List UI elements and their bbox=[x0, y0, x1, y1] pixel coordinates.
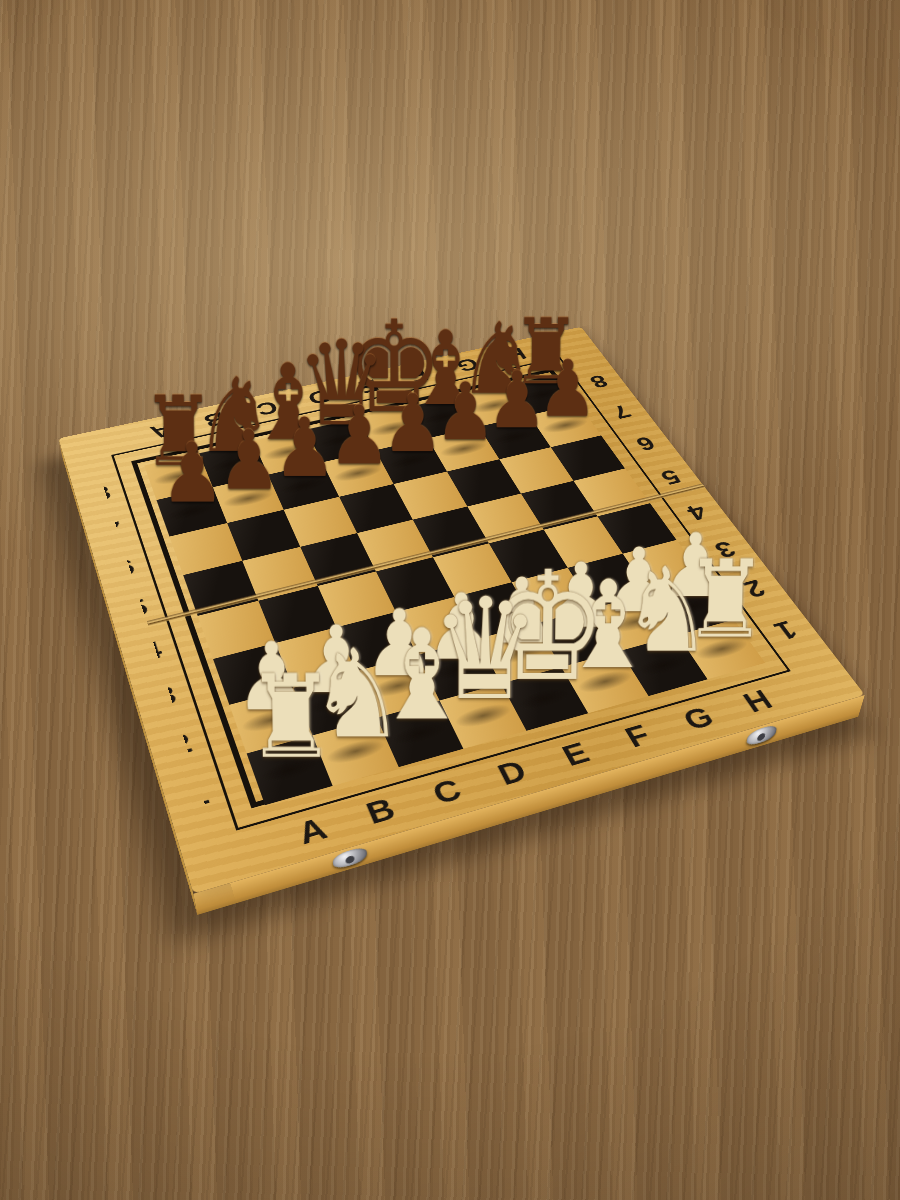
piece-glyph-rook: ♜ bbox=[244, 659, 336, 774]
piece-glyph-pawn: ♟ bbox=[327, 395, 390, 476]
piece-glyph-pawn: ♟ bbox=[272, 407, 336, 488]
piece-glyph-pawn: ♟ bbox=[381, 384, 443, 464]
piece-glyph-pawn: ♟ bbox=[159, 432, 225, 515]
photo-stage: ABCDEFGH ABCDEFGH 87654321 87654321 ♜♞♝♛… bbox=[0, 0, 900, 1200]
piece-glyph-pawn: ♟ bbox=[216, 419, 281, 501]
